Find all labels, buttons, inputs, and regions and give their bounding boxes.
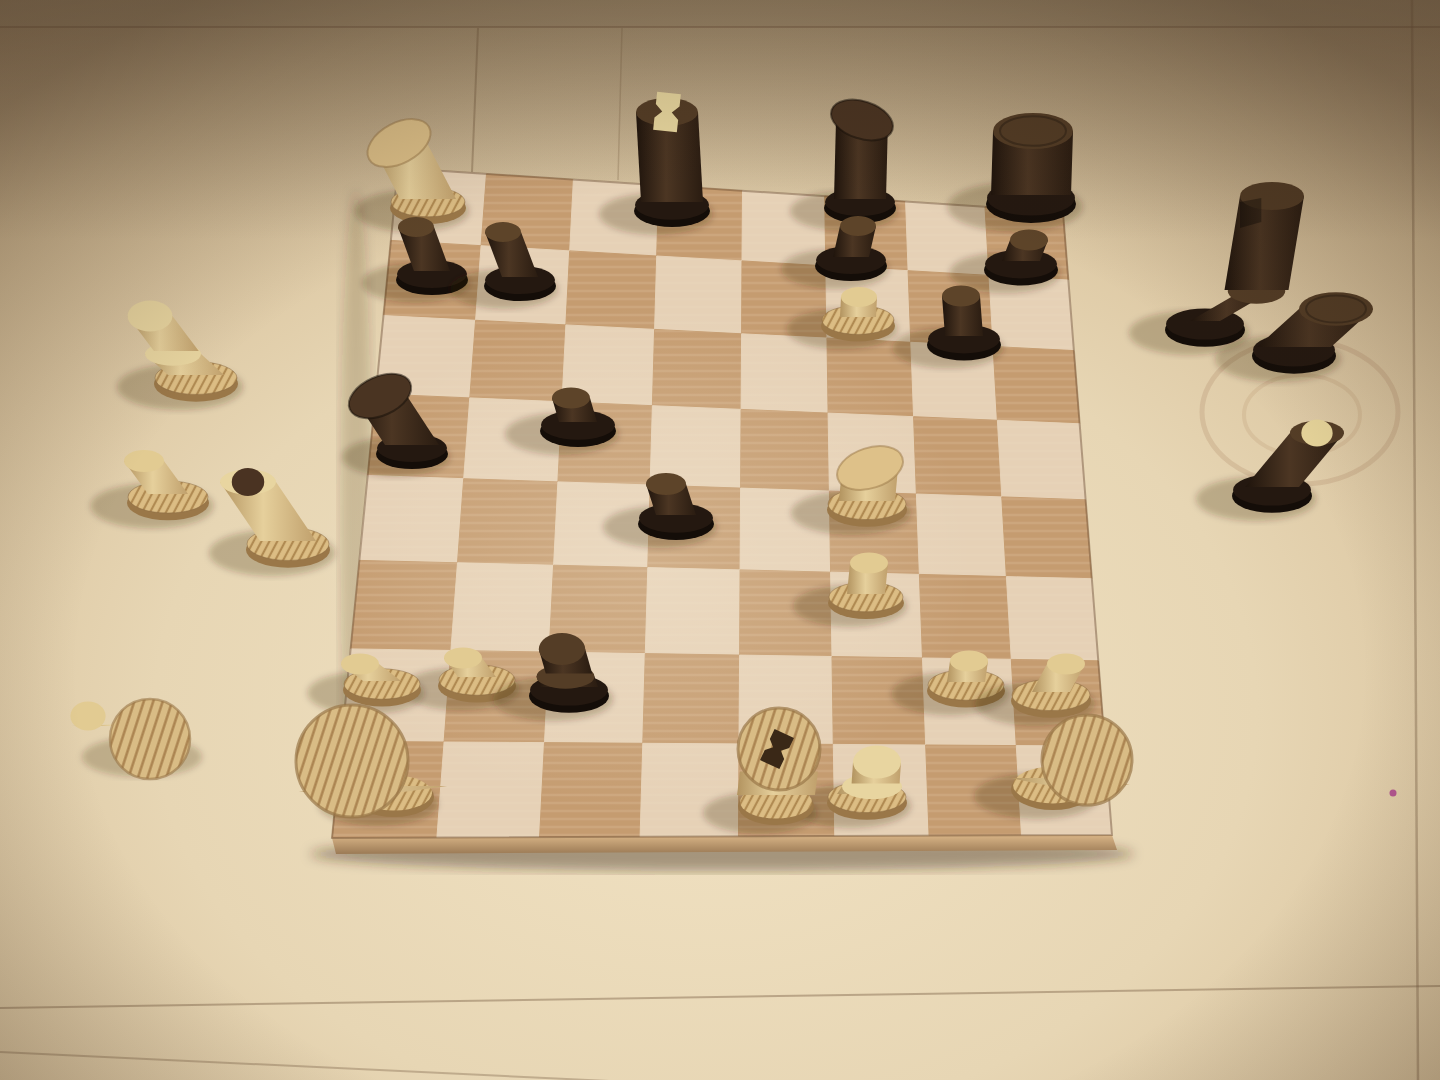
pawn-peg-top: [840, 216, 876, 236]
square-h6[interactable]: [993, 347, 1080, 424]
pawn-peg-top: [124, 450, 164, 472]
pawn-peg-top: [552, 388, 590, 409]
square-h3[interactable]: [1006, 577, 1098, 661]
pawn-peg-top: [1047, 654, 1085, 675]
pawn-peg-top: [398, 217, 434, 237]
piece-top: [1299, 292, 1373, 325]
knight-head-top: [128, 301, 173, 332]
pawn-peg-top: [444, 648, 482, 669]
pawn-peg-top: [950, 651, 988, 672]
photo-scene: [0, 0, 1440, 1080]
magenta-speck: [1390, 790, 1397, 797]
pawn-peg-top: [841, 287, 877, 307]
queen-plug-inlay: [1301, 420, 1332, 447]
far-plank-strip: [0, 0, 1440, 27]
pawn-peg-top: [850, 553, 888, 574]
queen-plug-inlay: [232, 468, 264, 496]
piece-top: [993, 113, 1073, 149]
pawn-peg-end: [70, 702, 105, 731]
chess-photo: [0, 0, 1440, 1080]
pawn-peg-top: [341, 654, 379, 675]
pawn-peg-top: [485, 222, 521, 242]
pawn-peg-top: [646, 473, 686, 495]
square-h4[interactable]: [1002, 497, 1092, 579]
knight-head-top: [853, 746, 901, 779]
pawn-peg-top: [942, 286, 980, 307]
knight-head-top: [539, 633, 585, 665]
square-h5[interactable]: [997, 420, 1085, 500]
pawn-peg-top: [1010, 230, 1048, 251]
